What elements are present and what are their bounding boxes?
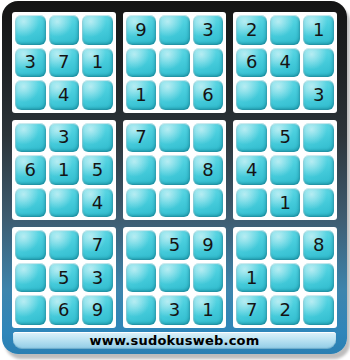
cell-r1c3[interactable] <box>82 15 113 45</box>
cell-r1c5[interactable] <box>159 15 190 45</box>
cell-r5c3[interactable]: 5 <box>82 155 113 185</box>
cell-r5c5[interactable] <box>159 155 190 185</box>
cell-r9c6[interactable]: 1 <box>193 295 224 325</box>
cell-r3c5[interactable] <box>159 80 190 110</box>
cell-r1c2[interactable] <box>49 15 80 45</box>
cell-r6c9[interactable] <box>303 188 334 218</box>
cell-r7c4[interactable] <box>126 230 157 260</box>
cell-r9c2[interactable]: 6 <box>49 295 80 325</box>
cell-r9c8[interactable]: 2 <box>270 295 301 325</box>
cell-r6c5[interactable] <box>159 188 190 218</box>
cell-r6c2[interactable] <box>49 188 80 218</box>
cell-r5c8[interactable] <box>270 155 301 185</box>
cell-r7c5[interactable]: 5 <box>159 230 190 260</box>
cell-r6c3[interactable]: 4 <box>82 188 113 218</box>
cell-r4c1[interactable] <box>15 123 46 153</box>
cell-r4c4[interactable]: 7 <box>126 123 157 153</box>
block-1: 3714 <box>12 12 116 113</box>
cell-r8c8[interactable] <box>270 263 301 293</box>
cell-r4c5[interactable] <box>159 123 190 153</box>
cell-r9c1[interactable] <box>15 295 46 325</box>
cell-r8c5[interactable] <box>159 263 190 293</box>
cell-r5c1[interactable]: 6 <box>15 155 46 185</box>
cell-r2c6[interactable] <box>193 48 224 78</box>
cell-r2c2[interactable]: 7 <box>49 48 80 78</box>
block-5: 78 <box>123 120 227 221</box>
cell-r9c3[interactable]: 9 <box>82 295 113 325</box>
cell-r3c1[interactable] <box>15 80 46 110</box>
cell-r5c6[interactable]: 8 <box>193 155 224 185</box>
cell-r5c7[interactable]: 4 <box>236 155 267 185</box>
cell-r8c1[interactable] <box>15 263 46 293</box>
cell-r2c9[interactable] <box>303 48 334 78</box>
cell-r9c5[interactable]: 3 <box>159 295 190 325</box>
cell-r5c2[interactable]: 1 <box>49 155 80 185</box>
cell-r8c7[interactable]: 1 <box>236 263 267 293</box>
cell-r2c1[interactable]: 3 <box>15 48 46 78</box>
cell-r7c9[interactable]: 8 <box>303 230 334 260</box>
cell-r3c8[interactable] <box>270 80 301 110</box>
cell-r8c2[interactable]: 5 <box>49 263 80 293</box>
cell-r5c9[interactable] <box>303 155 334 185</box>
block-4: 36154 <box>12 120 116 221</box>
cell-r7c6[interactable]: 9 <box>193 230 224 260</box>
cell-r2c8[interactable]: 4 <box>270 48 301 78</box>
cell-r7c7[interactable] <box>236 230 267 260</box>
cell-r1c4[interactable]: 9 <box>126 15 157 45</box>
cell-r8c4[interactable] <box>126 263 157 293</box>
block-8: 5931 <box>123 227 227 328</box>
cell-r1c6[interactable]: 3 <box>193 15 224 45</box>
cell-r3c6[interactable]: 6 <box>193 80 224 110</box>
cell-r3c7[interactable] <box>236 80 267 110</box>
sudoku-frame: 371493162164336154785417536959318172 www… <box>2 1 347 354</box>
cell-r7c1[interactable] <box>15 230 46 260</box>
cell-r8c3[interactable]: 3 <box>82 263 113 293</box>
cell-r9c4[interactable] <box>126 295 157 325</box>
cell-r1c7[interactable]: 2 <box>236 15 267 45</box>
cell-r4c8[interactable]: 5 <box>270 123 301 153</box>
cell-r2c7[interactable]: 6 <box>236 48 267 78</box>
cell-r2c5[interactable] <box>159 48 190 78</box>
cell-r4c9[interactable] <box>303 123 334 153</box>
cell-r6c8[interactable]: 1 <box>270 188 301 218</box>
cell-r3c2[interactable]: 4 <box>49 80 80 110</box>
cell-r3c4[interactable]: 1 <box>126 80 157 110</box>
cell-r1c8[interactable] <box>270 15 301 45</box>
cell-r5c4[interactable] <box>126 155 157 185</box>
cell-r8c9[interactable] <box>303 263 334 293</box>
cell-r4c6[interactable] <box>193 123 224 153</box>
cell-r6c7[interactable] <box>236 188 267 218</box>
cell-r4c7[interactable] <box>236 123 267 153</box>
cell-r9c9[interactable] <box>303 295 334 325</box>
block-2: 9316 <box>123 12 227 113</box>
cell-r2c3[interactable]: 1 <box>82 48 113 78</box>
block-7: 75369 <box>12 227 116 328</box>
cell-r1c1[interactable] <box>15 15 46 45</box>
cell-r7c8[interactable] <box>270 230 301 260</box>
cell-r3c9[interactable]: 3 <box>303 80 334 110</box>
block-6: 541 <box>233 120 337 221</box>
cell-r7c2[interactable] <box>49 230 80 260</box>
block-9: 8172 <box>233 227 337 328</box>
cell-r6c6[interactable] <box>193 188 224 218</box>
cell-r2c4[interactable] <box>126 48 157 78</box>
cell-r6c1[interactable] <box>15 188 46 218</box>
sudoku-board: 371493162164336154785417536959318172 <box>12 12 337 328</box>
cell-r6c4[interactable] <box>126 188 157 218</box>
cell-r9c7[interactable]: 7 <box>236 295 267 325</box>
cell-r4c2[interactable]: 3 <box>49 123 80 153</box>
cell-r3c3[interactable] <box>82 80 113 110</box>
cell-r1c9[interactable]: 1 <box>303 15 334 45</box>
block-3: 21643 <box>233 12 337 113</box>
cell-r7c3[interactable]: 7 <box>82 230 113 260</box>
website-link[interactable]: www.sudokusweb.com <box>13 332 336 349</box>
cell-r4c3[interactable] <box>82 123 113 153</box>
cell-r8c6[interactable] <box>193 263 224 293</box>
